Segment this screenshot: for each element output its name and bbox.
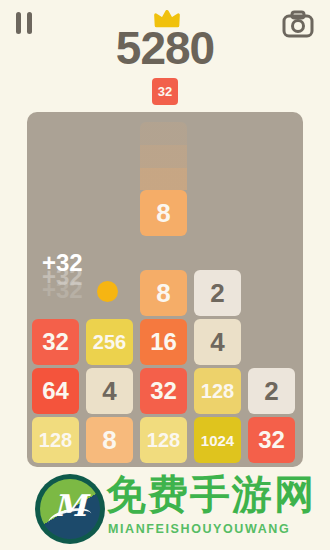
empty-cell <box>194 221 241 267</box>
score-popup-ghost: +32 <box>42 276 83 304</box>
watermark-title: 免费手游网 <box>106 472 326 516</box>
empty-cell <box>248 172 295 218</box>
falling-tile: 8 <box>140 190 187 236</box>
tile-256: 256 <box>86 319 133 365</box>
score-value: 5280 <box>0 24 330 72</box>
tile-16: 16 <box>140 319 187 365</box>
tile-128: 128 <box>140 417 187 463</box>
empty-cell <box>194 123 241 169</box>
game-board[interactable]: 82322561646443212821288128102432 8 +32 +… <box>27 112 303 467</box>
tile-64: 64 <box>32 368 79 414</box>
watermark-banner: M 免费手游网 MIANFEISHOUYOUWANG <box>0 470 330 550</box>
empty-cell <box>248 319 295 365</box>
logo-letter: M <box>40 491 100 521</box>
coin-dot <box>97 281 118 302</box>
empty-cell <box>32 172 79 218</box>
tile-8: 8 <box>86 417 133 463</box>
tile-4: 4 <box>86 368 133 414</box>
empty-cell <box>32 123 79 169</box>
tile-32: 32 <box>248 417 295 463</box>
camera-icon <box>282 10 314 38</box>
empty-cell <box>248 123 295 169</box>
watermark-logo-badge: M <box>40 479 100 539</box>
falling-tile-trail <box>140 122 187 190</box>
tile-128: 128 <box>32 417 79 463</box>
tile-8: 8 <box>140 270 187 316</box>
watermark-logo: M <box>35 474 105 544</box>
tile-1024: 1024 <box>194 417 241 463</box>
tile-4: 4 <box>194 319 241 365</box>
tile-128: 128 <box>194 368 241 414</box>
tile-32: 32 <box>140 368 187 414</box>
falling-tile-value: 8 <box>156 198 170 229</box>
empty-cell <box>194 172 241 218</box>
tile-2: 2 <box>248 368 295 414</box>
next-tile-value: 32 <box>158 84 172 99</box>
empty-cell <box>248 270 295 316</box>
empty-cell <box>248 221 295 267</box>
empty-cell <box>86 123 133 169</box>
tile-2: 2 <box>194 270 241 316</box>
screenshot-button[interactable] <box>282 10 314 38</box>
next-tile-preview: 32 <box>152 78 178 105</box>
empty-cell <box>86 172 133 218</box>
watermark-subtitle: MIANFEISHOUYOUWANG <box>108 522 328 536</box>
tile-32: 32 <box>32 319 79 365</box>
